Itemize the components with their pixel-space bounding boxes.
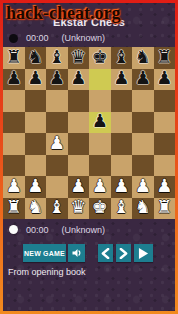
square-a8[interactable]: ♜: [3, 47, 25, 69]
square-c6[interactable]: [46, 90, 68, 112]
piece-black-king-e8[interactable]: ♚: [92, 48, 108, 66]
app-frame: hack-cheat.org Ekstar Chess 00:00 (Unkno…: [0, 0, 178, 314]
new-game-button[interactable]: NEW GAME: [23, 244, 66, 262]
piece-white-rook-a1[interactable]: ♜: [6, 198, 22, 216]
white-player-name: (Unknown): [62, 225, 106, 235]
square-g4[interactable]: [132, 133, 154, 155]
square-b1[interactable]: ♞: [25, 198, 47, 220]
square-d1[interactable]: ♛: [68, 198, 90, 220]
square-a6[interactable]: [3, 90, 25, 112]
square-d8[interactable]: ♛: [68, 47, 90, 69]
square-b3[interactable]: [25, 155, 47, 177]
piece-white-king-e1[interactable]: ♚: [92, 198, 108, 216]
previous-move-button[interactable]: [98, 244, 113, 262]
square-c3[interactable]: [46, 155, 68, 177]
square-g8[interactable]: ♞: [132, 47, 154, 69]
square-a3[interactable]: [3, 155, 25, 177]
square-a4[interactable]: [3, 133, 25, 155]
square-b6[interactable]: [25, 90, 47, 112]
square-f4[interactable]: [111, 133, 133, 155]
square-c8[interactable]: ♝: [46, 47, 68, 69]
square-g1[interactable]: ♞: [132, 198, 154, 220]
piece-white-pawn-e2[interactable]: ♟: [92, 177, 108, 195]
white-player-bar: 00:00 (Unknown): [3, 219, 175, 240]
square-b5[interactable]: [25, 112, 47, 134]
black-clock: 00:00: [26, 33, 49, 43]
square-h5[interactable]: [154, 112, 176, 134]
square-e1[interactable]: ♚: [89, 198, 111, 220]
piece-black-pawn-b7[interactable]: ♟: [27, 69, 43, 87]
square-d6[interactable]: [68, 90, 90, 112]
square-f7[interactable]: ♟: [111, 69, 133, 91]
piece-black-pawn-d7[interactable]: ♟: [70, 69, 86, 87]
square-f3[interactable]: [111, 155, 133, 177]
controls-bar: NEW GAME: [3, 244, 175, 262]
sound-button[interactable]: [68, 244, 85, 262]
square-c1[interactable]: ♝: [46, 198, 68, 220]
square-c7[interactable]: ♟: [46, 69, 68, 91]
square-a5[interactable]: [3, 112, 25, 134]
piece-white-bishop-f1[interactable]: ♝: [113, 198, 129, 216]
piece-black-rook-h8[interactable]: ♜: [156, 48, 172, 66]
square-a7[interactable]: ♟: [3, 69, 25, 91]
piece-white-pawn-f2[interactable]: ♟: [113, 177, 129, 195]
play-icon: [138, 248, 149, 259]
square-c5[interactable]: [46, 112, 68, 134]
piece-white-pawn-g2[interactable]: ♟: [135, 177, 151, 195]
chevron-right-icon: [119, 248, 128, 259]
piece-black-pawn-g7[interactable]: ♟: [135, 69, 151, 87]
piece-white-knight-g1[interactable]: ♞: [135, 198, 151, 216]
status-message: From opening book: [3, 267, 175, 277]
square-h4[interactable]: [154, 133, 176, 155]
speaker-icon: [71, 247, 83, 259]
square-b7[interactable]: ♟: [25, 69, 47, 91]
square-d5[interactable]: [68, 112, 90, 134]
square-h8[interactable]: ♜: [154, 47, 176, 69]
square-e4[interactable]: [89, 133, 111, 155]
square-a1[interactable]: ♜: [3, 198, 25, 220]
square-g6[interactable]: [132, 90, 154, 112]
square-c2[interactable]: [46, 176, 68, 198]
chess-board[interactable]: ♜♞♝♛♚♝♞♜♟♟♟♟♟♟♟♟♟♟♟♟♟♟♟♟♜♞♝♛♚♝♞♜: [3, 47, 175, 219]
square-h2[interactable]: ♟: [154, 176, 176, 198]
piece-white-pawn-b2[interactable]: ♟: [27, 177, 43, 195]
square-e5[interactable]: ♟: [89, 112, 111, 134]
square-h3[interactable]: [154, 155, 176, 177]
piece-white-pawn-c4[interactable]: ♟: [49, 134, 65, 152]
piece-white-pawn-d2[interactable]: ♟: [70, 177, 86, 195]
square-h7[interactable]: ♟: [154, 69, 176, 91]
piece-black-pawn-e5[interactable]: ♟: [92, 112, 108, 130]
white-clock: 00:00: [26, 225, 49, 235]
piece-black-bishop-c8[interactable]: ♝: [49, 48, 65, 66]
piece-black-pawn-f7[interactable]: ♟: [113, 69, 129, 87]
piece-white-rook-h1[interactable]: ♜: [156, 198, 172, 216]
black-player-bar: 00:00 (Unknown): [3, 29, 175, 47]
square-a2[interactable]: ♟: [3, 176, 25, 198]
play-button[interactable]: [134, 244, 153, 262]
square-h1[interactable]: ♜: [154, 198, 176, 220]
square-e8[interactable]: ♚: [89, 47, 111, 69]
piece-black-bishop-f8[interactable]: ♝: [113, 48, 129, 66]
black-player-name: (Unknown): [62, 33, 106, 43]
square-e7[interactable]: [89, 69, 111, 91]
piece-white-knight-b1[interactable]: ♞: [27, 198, 43, 216]
square-e2[interactable]: ♟: [89, 176, 111, 198]
square-e6[interactable]: [89, 90, 111, 112]
square-b2[interactable]: ♟: [25, 176, 47, 198]
piece-black-knight-b8[interactable]: ♞: [27, 48, 43, 66]
piece-black-rook-a8[interactable]: ♜: [6, 48, 22, 66]
square-e3[interactable]: [89, 155, 111, 177]
piece-white-queen-d1[interactable]: ♛: [70, 198, 86, 216]
piece-black-knight-g8[interactable]: ♞: [135, 48, 151, 66]
square-f1[interactable]: ♝: [111, 198, 133, 220]
square-g7[interactable]: ♟: [132, 69, 154, 91]
square-g3[interactable]: [132, 155, 154, 177]
square-f8[interactable]: ♝: [111, 47, 133, 69]
piece-black-pawn-a7[interactable]: ♟: [6, 69, 22, 87]
piece-white-pawn-h2[interactable]: ♟: [156, 177, 172, 195]
piece-black-queen-d8[interactable]: ♛: [70, 48, 86, 66]
piece-white-pawn-a2[interactable]: ♟: [6, 177, 22, 195]
square-f2[interactable]: ♟: [111, 176, 133, 198]
next-move-button[interactable]: [116, 244, 131, 262]
square-b4[interactable]: [25, 133, 47, 155]
piece-black-pawn-h7[interactable]: ♟: [156, 69, 172, 87]
square-f5[interactable]: [111, 112, 133, 134]
square-d3[interactable]: [68, 155, 90, 177]
piece-black-pawn-c7[interactable]: ♟: [49, 69, 65, 87]
square-h6[interactable]: [154, 90, 176, 112]
square-g2[interactable]: ♟: [132, 176, 154, 198]
app-screen: hack-cheat.org Ekstar Chess 00:00 (Unkno…: [3, 3, 175, 311]
white-player-dot-icon: [9, 225, 18, 234]
watermark-text: hack-cheat.org: [6, 3, 120, 24]
square-d2[interactable]: ♟: [68, 176, 90, 198]
square-f6[interactable]: [111, 90, 133, 112]
square-c4[interactable]: ♟: [46, 133, 68, 155]
piece-white-bishop-c1[interactable]: ♝: [49, 198, 65, 216]
square-d7[interactable]: ♟: [68, 69, 90, 91]
chevron-left-icon: [101, 248, 110, 259]
black-player-dot-icon: [9, 34, 18, 43]
square-d4[interactable]: [68, 133, 90, 155]
square-b8[interactable]: ♞: [25, 47, 47, 69]
square-g5[interactable]: [132, 112, 154, 134]
